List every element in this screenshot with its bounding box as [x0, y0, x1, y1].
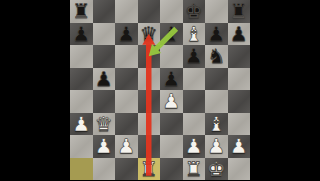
square-b2[interactable]: ♟: [93, 135, 116, 158]
square-a8[interactable]: ♜: [70, 0, 93, 23]
piece-black-bishop[interactable]: ♝: [162, 23, 180, 43]
piece-white-queen[interactable]: ♛: [95, 113, 113, 133]
square-d8[interactable]: [138, 0, 161, 23]
square-d6[interactable]: [138, 45, 161, 68]
square-e4[interactable]: ♟: [160, 90, 183, 113]
square-b7[interactable]: [93, 23, 116, 46]
piece-black-knight[interactable]: ♞: [207, 46, 225, 66]
square-b4[interactable]: [93, 90, 116, 113]
square-h1[interactable]: [228, 158, 251, 181]
chess-screenshot: ♜♚♜♟♟♛♝♝♟♟♟♞♟♟♟♟♛♝♟♟♟♟♟♜♜♚: [0, 0, 320, 180]
square-d4[interactable]: [138, 90, 161, 113]
square-f5[interactable]: [183, 68, 206, 91]
square-g7[interactable]: ♟: [205, 23, 228, 46]
square-a1[interactable]: [70, 158, 93, 181]
piece-black-queen[interactable]: ♛: [140, 23, 158, 43]
piece-black-pawn[interactable]: ♟: [162, 68, 180, 88]
square-a4[interactable]: [70, 90, 93, 113]
square-g5[interactable]: [205, 68, 228, 91]
square-h6[interactable]: [228, 45, 251, 68]
square-c4[interactable]: [115, 90, 138, 113]
piece-white-pawn[interactable]: ♟: [117, 136, 135, 156]
square-g1[interactable]: ♚: [205, 158, 228, 181]
piece-white-pawn[interactable]: ♟: [185, 136, 203, 156]
piece-white-bishop[interactable]: ♝: [185, 23, 203, 43]
square-d2[interactable]: [138, 135, 161, 158]
piece-black-pawn[interactable]: ♟: [207, 23, 225, 43]
square-e1[interactable]: [160, 158, 183, 181]
square-e2[interactable]: [160, 135, 183, 158]
square-g8[interactable]: [205, 0, 228, 23]
square-f8[interactable]: ♚: [183, 0, 206, 23]
square-c5[interactable]: [115, 68, 138, 91]
square-g6[interactable]: ♞: [205, 45, 228, 68]
square-b6[interactable]: [93, 45, 116, 68]
square-c1[interactable]: [115, 158, 138, 181]
piece-white-pawn[interactable]: ♟: [72, 113, 90, 133]
square-d7[interactable]: ♛: [138, 23, 161, 46]
square-f4[interactable]: [183, 90, 206, 113]
square-g3[interactable]: ♝: [205, 113, 228, 136]
square-a3[interactable]: ♟: [70, 113, 93, 136]
square-c6[interactable]: [115, 45, 138, 68]
piece-black-pawn[interactable]: ♟: [72, 23, 90, 43]
square-f6[interactable]: ♟: [183, 45, 206, 68]
square-c8[interactable]: [115, 0, 138, 23]
square-g2[interactable]: ♟: [205, 135, 228, 158]
square-h3[interactable]: [228, 113, 251, 136]
square-e6[interactable]: [160, 45, 183, 68]
square-a7[interactable]: ♟: [70, 23, 93, 46]
piece-black-pawn[interactable]: ♟: [230, 23, 248, 43]
piece-black-king[interactable]: ♚: [185, 1, 203, 21]
piece-black-pawn[interactable]: ♟: [185, 46, 203, 66]
square-d5[interactable]: [138, 68, 161, 91]
square-f3[interactable]: [183, 113, 206, 136]
square-d1[interactable]: ♜: [138, 158, 161, 181]
square-d3[interactable]: [138, 113, 161, 136]
piece-white-pawn[interactable]: ♟: [230, 136, 248, 156]
square-b8[interactable]: [93, 0, 116, 23]
square-a2[interactable]: [70, 135, 93, 158]
square-c3[interactable]: [115, 113, 138, 136]
square-e7[interactable]: ♝: [160, 23, 183, 46]
piece-white-pawn[interactable]: ♟: [95, 136, 113, 156]
square-e5[interactable]: ♟: [160, 68, 183, 91]
square-b3[interactable]: ♛: [93, 113, 116, 136]
piece-black-pawn[interactable]: ♟: [117, 23, 135, 43]
square-e8[interactable]: [160, 0, 183, 23]
piece-white-bishop[interactable]: ♝: [207, 113, 225, 133]
square-g4[interactable]: [205, 90, 228, 113]
piece-white-rook[interactable]: ♜: [140, 158, 158, 178]
square-a5[interactable]: [70, 68, 93, 91]
square-e3[interactable]: [160, 113, 183, 136]
square-f1[interactable]: ♜: [183, 158, 206, 181]
square-h7[interactable]: ♟: [228, 23, 251, 46]
square-f2[interactable]: ♟: [183, 135, 206, 158]
piece-black-rook[interactable]: ♜: [72, 1, 90, 21]
square-c2[interactable]: ♟: [115, 135, 138, 158]
piece-white-king[interactable]: ♚: [207, 158, 225, 178]
square-h5[interactable]: [228, 68, 251, 91]
square-b1[interactable]: [93, 158, 116, 181]
square-h2[interactable]: ♟: [228, 135, 251, 158]
letterbox-right: [250, 0, 320, 180]
square-h4[interactable]: [228, 90, 251, 113]
square-a6[interactable]: [70, 45, 93, 68]
chess-board[interactable]: ♜♚♜♟♟♛♝♝♟♟♟♞♟♟♟♟♛♝♟♟♟♟♟♜♜♚: [70, 0, 250, 180]
piece-white-pawn[interactable]: ♟: [162, 91, 180, 111]
piece-black-pawn[interactable]: ♟: [95, 68, 113, 88]
square-b5[interactable]: ♟: [93, 68, 116, 91]
square-c7[interactable]: ♟: [115, 23, 138, 46]
piece-white-pawn[interactable]: ♟: [207, 136, 225, 156]
letterbox-left: [0, 0, 70, 180]
piece-black-rook[interactable]: ♜: [230, 1, 248, 21]
square-h8[interactable]: ♜: [228, 0, 251, 23]
piece-white-rook[interactable]: ♜: [185, 158, 203, 178]
square-f7[interactable]: ♝: [183, 23, 206, 46]
